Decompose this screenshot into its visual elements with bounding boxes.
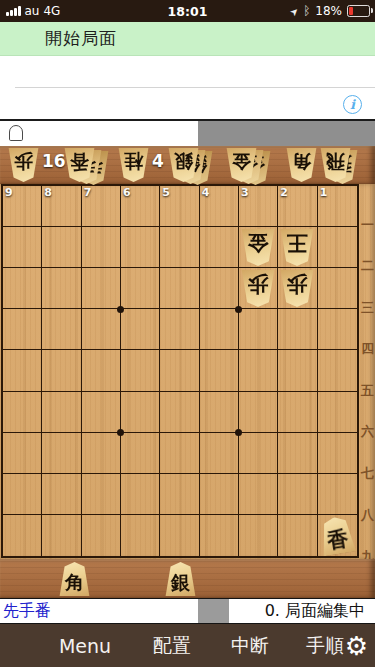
board-cell[interactable] xyxy=(278,474,317,515)
board-cell[interactable] xyxy=(160,433,199,474)
board-cell[interactable] xyxy=(3,515,42,556)
file-label: 6 xyxy=(123,186,131,199)
rank-label: 三 xyxy=(360,299,375,317)
shogi-board: 987654321金王歩歩香 一二三四五六七八九 xyxy=(0,184,375,559)
nav-bar: 開始局面 xyxy=(0,22,375,56)
board-cell[interactable] xyxy=(121,433,160,474)
shogi-piece-sente[interactable]: 角 xyxy=(59,562,90,596)
board-cell[interactable] xyxy=(121,474,160,515)
hand-piece-group[interactable]: 角 xyxy=(59,562,107,596)
page-title: 開始局面 xyxy=(45,22,117,55)
hand-piece-group[interactable]: 銀 xyxy=(165,562,213,596)
board-cell[interactable] xyxy=(121,227,160,268)
board-cell[interactable] xyxy=(42,474,81,515)
hand-piece-group[interactable]: 香香香 xyxy=(64,148,112,182)
board-cell[interactable] xyxy=(121,515,160,556)
board-cell[interactable]: 金 xyxy=(239,227,278,268)
board-cell[interactable] xyxy=(200,515,239,556)
board-cell[interactable] xyxy=(318,392,357,433)
divider xyxy=(15,87,375,88)
board-cell[interactable] xyxy=(318,474,357,515)
board-cell[interactable]: 1 xyxy=(318,186,357,227)
board-cell[interactable] xyxy=(278,350,317,391)
board-cell[interactable] xyxy=(3,350,42,391)
shogi-piece-gote[interactable]: 桂 xyxy=(118,148,149,182)
board-cell[interactable] xyxy=(239,474,278,515)
rank-label: 一 xyxy=(360,216,375,234)
board-cell[interactable] xyxy=(318,433,357,474)
board-cell[interactable] xyxy=(160,515,199,556)
board-cell[interactable] xyxy=(82,268,121,309)
bottom-toolbar: ⚙ Menu配置中断手順 xyxy=(0,624,375,667)
rank-label: 五 xyxy=(360,382,375,400)
toolbar-item-chudan[interactable]: 中断 xyxy=(231,624,269,667)
board-cell[interactable] xyxy=(121,350,160,391)
strip-gray-block xyxy=(198,599,229,623)
board-cell[interactable] xyxy=(278,433,317,474)
board-cell[interactable] xyxy=(278,392,317,433)
hand-piece-group[interactable]: 金金金 xyxy=(226,148,274,182)
board-cell[interactable] xyxy=(82,227,121,268)
board-cell[interactable] xyxy=(3,474,42,515)
board-cell[interactable] xyxy=(318,227,357,268)
board-cell[interactable] xyxy=(3,433,42,474)
board-cell[interactable] xyxy=(239,515,278,556)
board-cell[interactable]: 5 xyxy=(160,186,199,227)
board-cell[interactable]: 歩 xyxy=(239,268,278,309)
info-icon[interactable]: i xyxy=(343,95,362,114)
board-cell[interactable] xyxy=(82,515,121,556)
app-screen: au 4G 18:01 ➤ ᛒ 18% 開始局面 i 歩16香香香桂4銀銀銀金金… xyxy=(0,0,375,667)
board-cell[interactable] xyxy=(121,309,160,350)
edit-state-label: 0. 局面編集中 xyxy=(265,599,365,623)
file-label: 8 xyxy=(44,186,52,199)
top-player-bar xyxy=(0,121,375,147)
board-cell[interactable] xyxy=(82,309,121,350)
location-icon: ➤ xyxy=(287,4,301,18)
board-cell[interactable]: 8 xyxy=(42,186,81,227)
toolbar-item-menu[interactable]: Menu xyxy=(59,624,111,667)
gear-icon[interactable]: ⚙ xyxy=(345,624,368,667)
status-strip: 先手番 0. 局面編集中 xyxy=(0,598,375,624)
board-cell[interactable] xyxy=(82,350,121,391)
board-cell[interactable] xyxy=(42,515,81,556)
board-cell[interactable]: 7 xyxy=(82,186,121,227)
board-cell[interactable] xyxy=(121,268,160,309)
board-cell[interactable] xyxy=(200,227,239,268)
battery-percent-label: 18% xyxy=(315,4,342,18)
shogi-piece-sente[interactable]: 香 xyxy=(318,514,357,556)
board-cell[interactable]: 3 xyxy=(239,186,278,227)
shogi-piece-gote[interactable]: 歩 xyxy=(8,148,39,182)
board-cell[interactable] xyxy=(42,392,81,433)
board-cell[interactable] xyxy=(42,268,81,309)
shogi-piece-sente[interactable]: 銀 xyxy=(165,562,196,596)
board-cell[interactable] xyxy=(42,227,81,268)
file-label: 4 xyxy=(202,186,210,199)
shogi-piece-gote[interactable]: 角 xyxy=(286,148,317,182)
battery-icon xyxy=(347,5,370,17)
toolbar-item-tejun[interactable]: 手順 xyxy=(306,624,344,667)
gote-hand-tray: 歩16香香香桂4銀銀銀金金金角飛飛 xyxy=(0,146,375,184)
rank-label: 二 xyxy=(360,257,375,275)
board-cell[interactable] xyxy=(278,515,317,556)
board-cell[interactable] xyxy=(239,392,278,433)
board-grid: 987654321金王歩歩香 xyxy=(1,184,359,558)
board-cell[interactable] xyxy=(42,309,81,350)
file-label: 1 xyxy=(320,186,328,199)
board-cell[interactable] xyxy=(82,392,121,433)
shogi-piece-gote[interactable]: 王 xyxy=(280,229,314,266)
board-cell[interactable] xyxy=(82,433,121,474)
board-cell[interactable]: 香 xyxy=(318,515,357,556)
board-cell[interactable] xyxy=(42,433,81,474)
file-label: 2 xyxy=(280,186,288,199)
hand-piece-group[interactable]: 銀銀銀 xyxy=(168,148,216,182)
board-cell[interactable] xyxy=(160,268,199,309)
file-label: 7 xyxy=(84,186,92,199)
board-cell[interactable]: 4 xyxy=(200,186,239,227)
board-cell[interactable]: 歩 xyxy=(278,268,317,309)
top-player-name-field[interactable] xyxy=(0,121,198,147)
board-cell[interactable] xyxy=(318,268,357,309)
shogi-piece-gote[interactable]: 歩 xyxy=(280,270,314,307)
board-cell[interactable] xyxy=(239,433,278,474)
hand-count: 16 xyxy=(42,151,66,171)
board-cell[interactable] xyxy=(3,392,42,433)
bell-icon xyxy=(9,125,23,141)
toolbar-item-haichi[interactable]: 配置 xyxy=(153,624,191,667)
board-cell[interactable] xyxy=(160,474,199,515)
hand-count: 4 xyxy=(152,151,164,171)
hand-piece-group[interactable]: 飛飛 xyxy=(320,148,368,182)
board-cell[interactable] xyxy=(200,268,239,309)
board-cell[interactable] xyxy=(200,350,239,391)
turn-indicator: 先手番 xyxy=(3,599,51,623)
board-cell[interactable] xyxy=(160,309,199,350)
board-cell[interactable] xyxy=(121,392,160,433)
board-cell[interactable] xyxy=(200,392,239,433)
board-cell[interactable] xyxy=(318,309,357,350)
file-label: 3 xyxy=(241,186,249,199)
board-cell[interactable] xyxy=(3,309,42,350)
board-cell[interactable] xyxy=(239,350,278,391)
rank-label: 八 xyxy=(360,506,375,524)
board-cell[interactable] xyxy=(42,350,81,391)
board-cell[interactable] xyxy=(3,227,42,268)
board-cell[interactable]: 6 xyxy=(121,186,160,227)
file-label: 9 xyxy=(5,186,13,199)
rank-label: 七 xyxy=(360,465,375,483)
content-area: i xyxy=(0,56,375,119)
shogi-piece-gote[interactable]: 歩 xyxy=(241,270,275,307)
rank-label: 六 xyxy=(360,423,375,441)
board-cell[interactable] xyxy=(82,474,121,515)
board-cell[interactable] xyxy=(278,309,317,350)
board-cell[interactable] xyxy=(160,227,199,268)
file-label: 5 xyxy=(162,186,170,199)
bluetooth-icon: ᛒ xyxy=(303,4,310,18)
sente-hand-tray: 角銀 xyxy=(0,559,375,598)
board-cell[interactable] xyxy=(318,350,357,391)
status-bar: au 4G 18:01 ➤ ᛒ 18% xyxy=(0,0,375,22)
board-cell[interactable] xyxy=(200,309,239,350)
board-cell[interactable]: 王 xyxy=(278,227,317,268)
board-cell[interactable] xyxy=(3,268,42,309)
board-cell[interactable]: 2 xyxy=(278,186,317,227)
board-cell[interactable] xyxy=(160,350,199,391)
board-cell[interactable] xyxy=(200,474,239,515)
board-cell[interactable]: 9 xyxy=(3,186,42,227)
board-cell[interactable] xyxy=(200,433,239,474)
board-cell[interactable] xyxy=(239,309,278,350)
rank-label: 四 xyxy=(360,340,375,358)
shogi-piece-gote[interactable]: 金 xyxy=(241,229,275,266)
board-cell[interactable] xyxy=(160,392,199,433)
